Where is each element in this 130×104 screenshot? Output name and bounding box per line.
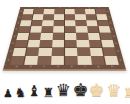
square-a3 <box>14 40 27 47</box>
square-a2 <box>12 48 26 56</box>
rank-label-8: 8 <box>107 11 109 12</box>
square-f6 <box>76 20 87 26</box>
black-king-piece: ♚ <box>72 81 88 99</box>
square-b4 <box>28 33 40 40</box>
square-f2 <box>77 48 90 56</box>
rank-label-4: 4 <box>14 35 16 37</box>
file-label-e: e <box>71 66 73 69</box>
file-label-h: h <box>111 66 114 69</box>
square-b7 <box>32 15 43 20</box>
square-d5 <box>53 26 64 32</box>
square-c8 <box>44 9 54 14</box>
square-f7 <box>75 15 86 20</box>
square-b2 <box>26 48 40 56</box>
square-a6 <box>20 20 32 26</box>
square-c5 <box>41 26 53 32</box>
square-f8 <box>75 9 85 14</box>
file-label-h: h <box>99 7 101 8</box>
rank-label-2: 2 <box>9 51 12 53</box>
file-label-b: b <box>39 7 41 8</box>
square-c4 <box>41 33 53 40</box>
square-e6 <box>65 20 76 26</box>
square-c3 <box>40 40 53 47</box>
rank-label-6: 6 <box>17 22 19 24</box>
square-d2 <box>52 48 65 56</box>
file-label-g: g <box>97 66 100 69</box>
chess-board: abcdefgh abcdefgh 87654321 87654321 <box>3 7 127 71</box>
rank-label-7: 7 <box>108 17 110 19</box>
rank-label-5: 5 <box>15 29 17 31</box>
file-label-c: c <box>49 7 51 8</box>
square-f3 <box>77 40 90 47</box>
square-g4 <box>88 33 100 40</box>
square-b5 <box>30 26 42 32</box>
square-g8 <box>85 9 96 14</box>
square-d3 <box>52 40 64 47</box>
square-g5 <box>87 26 99 32</box>
square-e3 <box>65 40 77 47</box>
square-g3 <box>89 40 102 47</box>
square-e8 <box>65 9 75 14</box>
rank-label-7: 7 <box>19 17 21 19</box>
file-label-a: a <box>15 66 18 69</box>
square-e7 <box>65 15 75 20</box>
file-label-a: a <box>28 7 30 8</box>
square-c1 <box>37 56 51 65</box>
rank-label-6: 6 <box>110 22 112 24</box>
file-labels-bottom: abcdefgh <box>9 65 120 68</box>
black-pawn-piece: ♟ <box>3 88 13 99</box>
white-rook-piece: ♜ <box>123 86 130 99</box>
square-f4 <box>76 33 88 40</box>
square-c6 <box>42 20 53 26</box>
file-label-c: c <box>43 66 45 69</box>
square-e5 <box>65 26 76 32</box>
square-a8 <box>23 9 34 14</box>
rank-label-4: 4 <box>113 35 115 37</box>
square-c2 <box>39 48 52 56</box>
square-f5 <box>76 26 88 32</box>
rank-label-5: 5 <box>111 29 113 31</box>
rank-label-1: 1 <box>7 59 10 61</box>
file-label-b: b <box>29 66 32 69</box>
square-a7 <box>21 15 32 20</box>
rank-label-3: 3 <box>115 43 118 45</box>
square-e2 <box>65 48 78 56</box>
square-e1 <box>65 56 78 65</box>
rank-label-2: 2 <box>117 51 120 53</box>
black-rook-piece: ♜ <box>42 86 54 99</box>
chess-board-perspective-wrap: abcdefgh abcdefgh 87654321 87654321 <box>3 7 127 71</box>
white-king-piece: ♚ <box>89 81 105 99</box>
square-d1 <box>51 56 64 65</box>
chess-set-product-photo: abcdefgh abcdefgh 87654321 87654321 ♟♞♝♜… <box>0 0 130 104</box>
file-label-f: f <box>84 66 85 69</box>
file-label-f: f <box>79 7 80 8</box>
square-f1 <box>78 56 92 65</box>
square-d6 <box>54 20 65 26</box>
file-label-d: d <box>59 7 61 8</box>
square-a4 <box>16 33 29 40</box>
square-b6 <box>31 20 42 26</box>
square-b3 <box>27 40 40 47</box>
pieces-tray: ♟♞♝♜♛♚ ♚♛♜♝♞♟ <box>0 77 130 99</box>
square-g2 <box>90 48 104 56</box>
square-g7 <box>86 15 97 20</box>
white-queen-piece: ♛ <box>106 82 121 99</box>
square-d7 <box>54 15 64 20</box>
square-a5 <box>18 26 30 32</box>
black-queen-piece: ♛ <box>56 82 71 99</box>
file-label-g: g <box>88 7 90 8</box>
square-b8 <box>33 9 44 14</box>
board-grid <box>10 9 119 65</box>
square-d8 <box>54 9 64 14</box>
square-c7 <box>43 15 54 20</box>
black-pieces-group: ♟♞♝♜♛♚ <box>3 81 89 99</box>
square-d4 <box>53 33 65 40</box>
square-g1 <box>91 56 105 65</box>
file-label-d: d <box>57 66 59 69</box>
rank-label-8: 8 <box>20 11 22 12</box>
white-pieces-group: ♚♛♜♝♞♟ <box>89 81 130 99</box>
square-a1 <box>10 56 25 65</box>
rank-label-1: 1 <box>119 59 122 61</box>
black-knight-piece: ♞ <box>14 86 26 99</box>
rank-label-3: 3 <box>12 43 15 45</box>
file-labels-top: abcdefgh <box>24 7 105 9</box>
square-e4 <box>65 33 77 40</box>
square-g6 <box>86 20 97 26</box>
black-bishop-piece: ♝ <box>28 84 41 99</box>
file-label-e: e <box>69 7 71 8</box>
square-b1 <box>24 56 38 65</box>
